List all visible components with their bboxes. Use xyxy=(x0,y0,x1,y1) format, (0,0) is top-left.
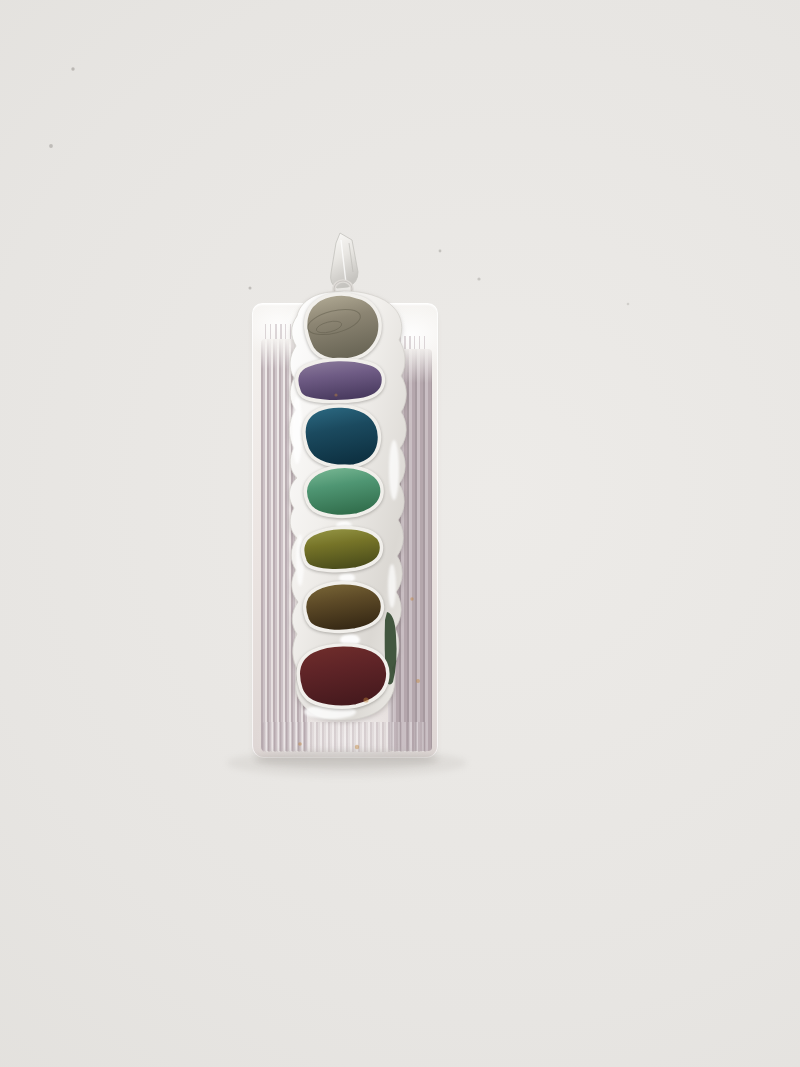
selenite-striations-bottom xyxy=(262,722,428,752)
dust-specks xyxy=(49,67,629,305)
dust-speck xyxy=(477,277,480,280)
selenite-bar xyxy=(252,303,438,758)
dust-speck xyxy=(71,67,74,70)
dust-speck xyxy=(627,303,630,306)
dust-speck xyxy=(49,144,53,148)
silver-bail xyxy=(331,233,358,297)
selenite-striations-right xyxy=(388,349,432,751)
dust-speck xyxy=(249,287,252,290)
photo-canvas xyxy=(0,0,800,1067)
selenite-striations-left xyxy=(261,339,309,751)
dust-speck xyxy=(439,250,442,253)
bail-ring xyxy=(334,281,352,297)
